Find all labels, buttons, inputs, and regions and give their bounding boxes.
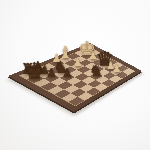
board-grid	[19, 47, 135, 107]
chess-board	[8, 43, 142, 112]
chessboard-photo: chess ♜♚♟♟♟♞♟♛♞♚♟♟♟♝♟♟	[0, 0, 150, 150]
